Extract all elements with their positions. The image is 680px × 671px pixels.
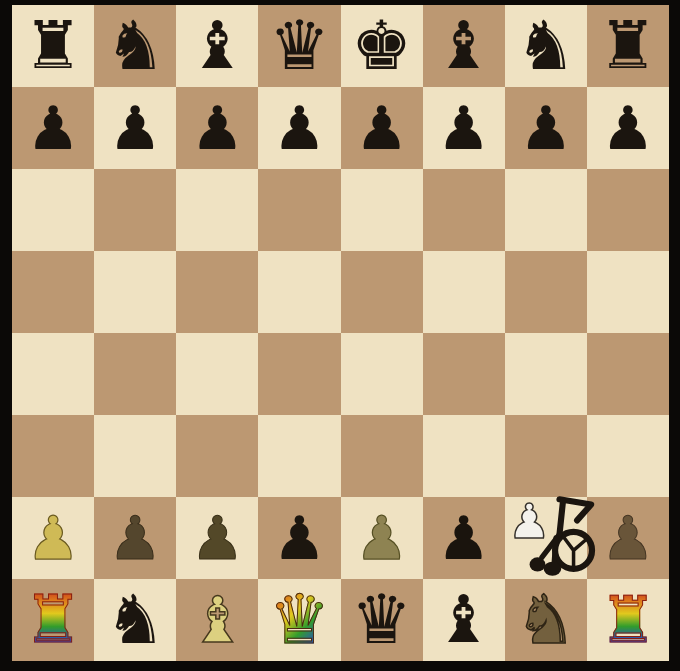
square-b1: ♞ <box>94 579 176 661</box>
black-knight: ♞ <box>515 12 576 80</box>
brown-pawn: ♟ <box>601 508 655 568</box>
photo-frame: ♜♞♝♛♚♝♞♜♟♟♟♟♟♟♟♟♟♟♟♟♟♟♟♟♜♞♝♛♛♝♞♜ <box>0 0 680 671</box>
square-a2: ♟ <box>12 497 94 579</box>
square-f7: ♟ <box>423 87 505 169</box>
black-pawn: ♟ <box>26 98 80 158</box>
olive-pawn: ♟ <box>190 508 244 568</box>
rainbow-rook: ♜ <box>23 587 82 653</box>
square-f5 <box>423 251 505 333</box>
black-rook: ♜ <box>23 13 82 79</box>
square-c5 <box>176 251 258 333</box>
square-g5 <box>505 251 587 333</box>
black-pawn: ♟ <box>519 98 573 158</box>
square-a3 <box>12 415 94 497</box>
square-b4 <box>94 333 176 415</box>
yellow-pawn: ♟ <box>26 508 80 568</box>
square-a1: ♜ <box>12 579 94 661</box>
black-skin-pawn: ♟ <box>273 508 327 568</box>
square-h3 <box>587 415 669 497</box>
square-b6 <box>94 169 176 251</box>
square-h5 <box>587 251 669 333</box>
square-e1: ♛ <box>341 579 423 661</box>
square-c1: ♝ <box>176 579 258 661</box>
khaki-pawn: ♟ <box>355 508 409 568</box>
square-f8: ♝ <box>423 5 505 87</box>
square-d7: ♟ <box>258 87 340 169</box>
square-b8: ♞ <box>94 5 176 87</box>
rainbow-rook: ♜ <box>599 588 656 652</box>
black-pawn: ♟ <box>190 98 244 158</box>
black-rook: ♜ <box>598 13 657 79</box>
square-c7: ♟ <box>176 87 258 169</box>
square-c8: ♝ <box>176 5 258 87</box>
chess-board: ♜♞♝♛♚♝♞♜♟♟♟♟♟♟♟♟♟♟♟♟♟♟♟♟♜♞♝♛♛♝♞♜ <box>12 5 669 661</box>
square-d3 <box>258 415 340 497</box>
square-g3 <box>505 415 587 497</box>
square-d4 <box>258 333 340 415</box>
square-c6 <box>176 169 258 251</box>
square-g8: ♞ <box>505 5 587 87</box>
square-e3 <box>341 415 423 497</box>
square-g4 <box>505 333 587 415</box>
square-a7: ♟ <box>12 87 94 169</box>
black-pawn: ♟ <box>355 98 409 158</box>
square-f2: ♟ <box>423 497 505 579</box>
square-h8: ♜ <box>587 5 669 87</box>
square-d5 <box>258 251 340 333</box>
square-a8: ♜ <box>12 5 94 87</box>
square-c3 <box>176 415 258 497</box>
black-pawn: ♟ <box>601 98 655 158</box>
square-b3 <box>94 415 176 497</box>
black-bishop: ♝ <box>188 13 247 79</box>
square-e5 <box>341 251 423 333</box>
black-queen: ♛ <box>269 12 330 80</box>
square-e4 <box>341 333 423 415</box>
square-a6 <box>12 169 94 251</box>
square-d6 <box>258 169 340 251</box>
square-e7: ♟ <box>341 87 423 169</box>
black-knight: ♞ <box>105 586 166 654</box>
white-pawn-in-wheelchair: ♟ <box>508 497 551 545</box>
square-g2: ♟ <box>505 497 587 579</box>
square-h6 <box>587 169 669 251</box>
square-f1: ♝ <box>423 579 505 661</box>
black-queen: ♛ <box>351 586 412 654</box>
square-e8: ♚ <box>341 5 423 87</box>
square-g7: ♟ <box>505 87 587 169</box>
square-d8: ♛ <box>258 5 340 87</box>
square-f3 <box>423 415 505 497</box>
rainbow-queen: ♛ <box>269 586 330 654</box>
square-b7: ♟ <box>94 87 176 169</box>
square-h4 <box>587 333 669 415</box>
square-a5 <box>12 251 94 333</box>
square-e6 <box>341 169 423 251</box>
square-e2: ♟ <box>341 497 423 579</box>
square-d1: ♛ <box>258 579 340 661</box>
square-d2: ♟ <box>258 497 340 579</box>
black-knight: ♞ <box>105 12 166 80</box>
black-bishop: ♝ <box>434 587 493 653</box>
square-g6 <box>505 169 587 251</box>
black-pawn: ♟ <box>108 98 162 158</box>
square-f6 <box>423 169 505 251</box>
black-king: ♚ <box>351 12 412 80</box>
pale-yellow-bishop: ♝ <box>189 588 246 652</box>
square-h1: ♜ <box>587 579 669 661</box>
square-f4 <box>423 333 505 415</box>
black-bishop: ♝ <box>434 13 493 79</box>
brown-knight: ♞ <box>515 586 576 654</box>
black-pawn: ♟ <box>437 98 491 158</box>
square-h7: ♟ <box>587 87 669 169</box>
black-pawn: ♟ <box>273 98 327 158</box>
square-b2: ♟ <box>94 497 176 579</box>
square-g1: ♞ <box>505 579 587 661</box>
square-a4 <box>12 333 94 415</box>
square-c4 <box>176 333 258 415</box>
dark-brown-pawn: ♟ <box>108 508 162 568</box>
square-b5 <box>94 251 176 333</box>
black-skin-pawn: ♟ <box>437 508 491 568</box>
square-c2: ♟ <box>176 497 258 579</box>
